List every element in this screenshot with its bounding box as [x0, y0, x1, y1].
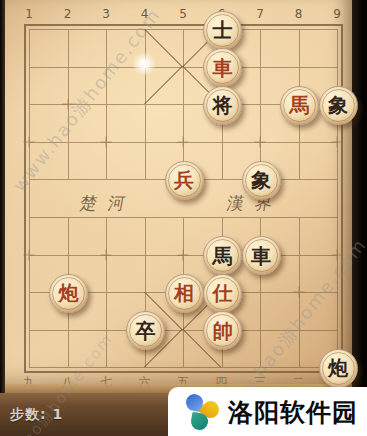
piece-black-chariot[interactable]: 車: [242, 236, 281, 275]
board-cell: [30, 105, 69, 143]
piece-glyph: 車: [251, 246, 271, 266]
point-marker: [255, 136, 266, 147]
board-cell: [107, 218, 146, 256]
screen-left-edge: [0, 0, 5, 393]
move-highlight-sparkle: [131, 51, 157, 77]
point-marker: [101, 249, 112, 260]
piece-black-elephant-2[interactable]: 象: [242, 161, 281, 200]
file-label-top: 4: [141, 7, 149, 21]
board-cell: [30, 331, 69, 369]
piece-black-cannon[interactable]: 炮: [319, 349, 358, 388]
piece-red-advisor[interactable]: 仕: [203, 274, 242, 313]
board-cell: [69, 143, 108, 181]
site-logo-banner: 洛阳软件园: [168, 387, 367, 436]
board-cell: [30, 30, 69, 68]
move-counter: 步数: 1: [10, 406, 63, 424]
file-label-top: 3: [102, 7, 110, 21]
board-cell: [30, 143, 69, 181]
piece-glyph: 象: [251, 170, 271, 190]
piece-glyph: 炮: [328, 358, 348, 378]
piece-red-chariot[interactable]: 車: [203, 48, 242, 87]
piece-glyph: 馬: [213, 246, 233, 266]
point-marker: [62, 99, 73, 110]
xiangqi-board: 楚河 漢界 123456789 九八七六五四三二一 士車将馬象兵象馬車炮相仕卒帥…: [0, 0, 353, 393]
board-cell: [300, 143, 339, 181]
move-counter-label: 步数:: [10, 406, 47, 422]
board-cell: [300, 30, 339, 68]
piece-glyph: 象: [328, 95, 348, 115]
board-cell: [30, 180, 69, 218]
point-marker: [101, 136, 112, 147]
piece-glyph: 車: [213, 58, 233, 78]
board-cell: [107, 105, 146, 143]
river-label-left: 楚河: [78, 192, 138, 215]
piece-glyph: 士: [213, 20, 233, 40]
board-cell: [300, 180, 339, 218]
point-marker: [178, 136, 189, 147]
board-cell: [69, 331, 108, 369]
piece-black-elephant-1[interactable]: 象: [319, 86, 358, 125]
site-logo-icon: [184, 394, 220, 430]
piece-glyph: 兵: [174, 170, 194, 190]
xiangqi-game-screen: 楚河 漢界 123456789 九八七六五四三二一 士車将馬象兵象馬車炮相仕卒帥…: [0, 0, 367, 436]
piece-glyph: 仕: [213, 283, 233, 303]
file-label-top: 9: [333, 7, 341, 21]
piece-glyph: 相: [174, 283, 194, 303]
board-cell: [300, 256, 339, 294]
piece-glyph: 卒: [136, 321, 156, 341]
piece-black-advisor[interactable]: 士: [203, 11, 242, 50]
point-marker: [178, 249, 189, 260]
piece-red-cannon[interactable]: 炮: [49, 274, 88, 313]
piece-glyph: 炮: [59, 283, 79, 303]
site-logo-text: 洛阳软件园: [228, 396, 358, 429]
board-cell: [261, 30, 300, 68]
piece-red-horse[interactable]: 馬: [280, 86, 319, 125]
piece-red-soldier[interactable]: 兵: [165, 161, 204, 200]
board-cell: [107, 143, 146, 181]
board-cell: [261, 331, 300, 369]
file-label-top: 8: [295, 7, 303, 21]
piece-glyph: 帥: [213, 321, 233, 341]
board-cell: [30, 218, 69, 256]
board-cell: [107, 256, 146, 294]
piece-black-general[interactable]: 将: [203, 86, 242, 125]
move-counter-value: 1: [52, 406, 63, 422]
point-marker: [24, 249, 35, 260]
board-cell: [69, 68, 108, 106]
board-cell: [261, 293, 300, 331]
piece-glyph: 将: [213, 95, 233, 115]
point-marker: [293, 287, 304, 298]
file-label-top: 7: [256, 7, 264, 21]
file-label-top: 2: [64, 7, 72, 21]
piece-red-elephant[interactable]: 相: [165, 274, 204, 313]
point-marker: [332, 249, 343, 260]
point-marker: [24, 136, 35, 147]
file-label-top: 1: [25, 7, 33, 21]
board-cell: [69, 30, 108, 68]
board-cell: [300, 293, 339, 331]
piece-black-horse[interactable]: 馬: [203, 236, 242, 275]
piece-glyph: 馬: [290, 95, 310, 115]
file-label-top: 5: [179, 7, 187, 21]
point-marker: [332, 136, 343, 147]
